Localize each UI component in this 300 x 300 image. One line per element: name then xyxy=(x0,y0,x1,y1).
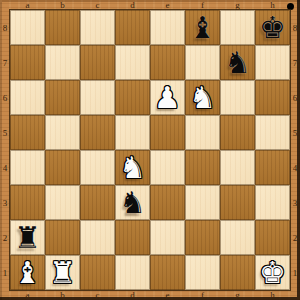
square-a7[interactable] xyxy=(10,45,45,80)
square-a2[interactable]: ♜ xyxy=(10,220,45,255)
rank-label-5: 5 xyxy=(0,115,10,150)
square-c7[interactable] xyxy=(80,45,115,80)
square-g7[interactable]: ♞ xyxy=(220,45,255,80)
square-e4[interactable] xyxy=(150,150,185,185)
white-knight[interactable]: ♞ xyxy=(189,83,216,113)
file-labels-top: abcdefgh xyxy=(10,0,290,10)
square-c5[interactable] xyxy=(80,115,115,150)
square-a8[interactable] xyxy=(10,10,45,45)
square-h1[interactable]: ♚ xyxy=(255,255,290,290)
rank-label-2: 2 xyxy=(290,220,300,255)
white-bishop[interactable]: ♝ xyxy=(14,258,41,288)
file-label-g: g xyxy=(220,290,255,300)
square-f6[interactable]: ♞ xyxy=(185,80,220,115)
chess-board: ♝♚♞♟♞♞♞♜♝♜♚ xyxy=(10,10,290,290)
rank-label-8: 8 xyxy=(290,10,300,45)
square-f4[interactable] xyxy=(185,150,220,185)
square-c1[interactable] xyxy=(80,255,115,290)
file-label-h: h xyxy=(255,290,290,300)
square-e8[interactable] xyxy=(150,10,185,45)
rank-label-6: 6 xyxy=(290,80,300,115)
square-h3[interactable] xyxy=(255,185,290,220)
white-rook[interactable]: ♜ xyxy=(49,258,76,288)
square-e1[interactable] xyxy=(150,255,185,290)
square-f8[interactable]: ♝ xyxy=(185,10,220,45)
white-knight[interactable]: ♞ xyxy=(119,153,146,183)
square-g3[interactable] xyxy=(220,185,255,220)
square-b6[interactable] xyxy=(45,80,80,115)
square-f5[interactable] xyxy=(185,115,220,150)
file-label-g: g xyxy=(220,0,255,10)
square-g5[interactable] xyxy=(220,115,255,150)
square-a4[interactable] xyxy=(10,150,45,185)
file-label-f: f xyxy=(185,290,220,300)
square-e2[interactable] xyxy=(150,220,185,255)
file-label-a: a xyxy=(10,290,45,300)
square-d4[interactable]: ♞ xyxy=(115,150,150,185)
square-f1[interactable] xyxy=(185,255,220,290)
rank-label-6: 6 xyxy=(0,80,10,115)
square-d8[interactable] xyxy=(115,10,150,45)
black-rook[interactable]: ♜ xyxy=(14,223,41,253)
rank-label-1: 1 xyxy=(290,255,300,290)
square-h8[interactable]: ♚ xyxy=(255,10,290,45)
rank-label-2: 2 xyxy=(0,220,10,255)
file-label-d: d xyxy=(115,290,150,300)
square-a3[interactable] xyxy=(10,185,45,220)
rank-label-8: 8 xyxy=(0,10,10,45)
file-label-h: h xyxy=(255,0,290,10)
square-b3[interactable] xyxy=(45,185,80,220)
square-e3[interactable] xyxy=(150,185,185,220)
square-c3[interactable] xyxy=(80,185,115,220)
file-label-d: d xyxy=(115,0,150,10)
square-d7[interactable] xyxy=(115,45,150,80)
chess-board-frame: abcdefgh abcdefgh 87654321 87654321 ♝♚♞♟… xyxy=(0,0,300,300)
rank-label-7: 7 xyxy=(290,45,300,80)
square-b1[interactable]: ♜ xyxy=(45,255,80,290)
square-g4[interactable] xyxy=(220,150,255,185)
square-e7[interactable] xyxy=(150,45,185,80)
square-a6[interactable] xyxy=(10,80,45,115)
square-h6[interactable] xyxy=(255,80,290,115)
black-bishop[interactable]: ♝ xyxy=(189,13,216,43)
square-d6[interactable] xyxy=(115,80,150,115)
rank-label-3: 3 xyxy=(290,185,300,220)
square-f7[interactable] xyxy=(185,45,220,80)
square-e5[interactable] xyxy=(150,115,185,150)
square-d1[interactable] xyxy=(115,255,150,290)
file-label-a: a xyxy=(10,0,45,10)
square-b2[interactable] xyxy=(45,220,80,255)
square-c2[interactable] xyxy=(80,220,115,255)
rank-label-5: 5 xyxy=(290,115,300,150)
square-a1[interactable]: ♝ xyxy=(10,255,45,290)
file-label-b: b xyxy=(45,0,80,10)
square-b8[interactable] xyxy=(45,10,80,45)
square-h4[interactable] xyxy=(255,150,290,185)
file-labels-bottom: abcdefgh xyxy=(10,290,290,300)
file-label-c: c xyxy=(80,0,115,10)
square-c6[interactable] xyxy=(80,80,115,115)
square-d2[interactable] xyxy=(115,220,150,255)
square-g6[interactable] xyxy=(220,80,255,115)
square-c4[interactable] xyxy=(80,150,115,185)
black-knight[interactable]: ♞ xyxy=(224,48,251,78)
square-h7[interactable] xyxy=(255,45,290,80)
file-label-c: c xyxy=(80,290,115,300)
square-b4[interactable] xyxy=(45,150,80,185)
black-knight[interactable]: ♞ xyxy=(119,188,146,218)
square-c8[interactable] xyxy=(80,10,115,45)
square-b7[interactable] xyxy=(45,45,80,80)
square-b5[interactable] xyxy=(45,115,80,150)
square-d3[interactable]: ♞ xyxy=(115,185,150,220)
rank-labels-right: 87654321 xyxy=(290,10,300,290)
square-h2[interactable] xyxy=(255,220,290,255)
square-d5[interactable] xyxy=(115,115,150,150)
rank-label-1: 1 xyxy=(0,255,10,290)
square-g2[interactable] xyxy=(220,220,255,255)
square-f3[interactable] xyxy=(185,185,220,220)
rank-label-3: 3 xyxy=(0,185,10,220)
white-king[interactable]: ♚ xyxy=(259,258,286,288)
file-label-e: e xyxy=(150,0,185,10)
rank-labels-left: 87654321 xyxy=(0,10,10,290)
file-label-f: f xyxy=(185,0,220,10)
square-h5[interactable] xyxy=(255,115,290,150)
rank-label-7: 7 xyxy=(0,45,10,80)
file-label-e: e xyxy=(150,290,185,300)
rank-label-4: 4 xyxy=(0,150,10,185)
square-a5[interactable] xyxy=(10,115,45,150)
square-g1[interactable] xyxy=(220,255,255,290)
square-f2[interactable] xyxy=(185,220,220,255)
white-pawn[interactable]: ♟ xyxy=(154,83,181,113)
square-g8[interactable] xyxy=(220,10,255,45)
rank-label-4: 4 xyxy=(290,150,300,185)
square-e6[interactable]: ♟ xyxy=(150,80,185,115)
file-label-b: b xyxy=(45,290,80,300)
black-king[interactable]: ♚ xyxy=(259,13,286,43)
